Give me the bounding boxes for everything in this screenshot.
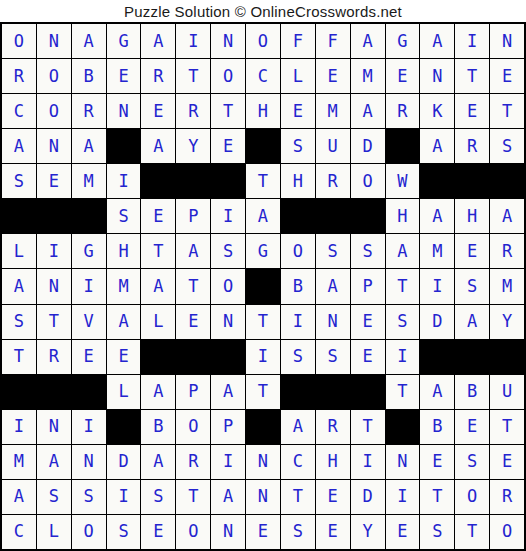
- letter-cell: I: [420, 269, 454, 303]
- letter-cell: H: [316, 445, 350, 479]
- letter-cell: H: [107, 234, 141, 268]
- crossword-grid: ONAGAINOFFAGAINROBERTOCLEMENTECORNERTHEM…: [0, 22, 526, 551]
- black-cell: [141, 164, 175, 198]
- letter-cell: L: [37, 515, 71, 549]
- letter-cell: E: [316, 515, 350, 549]
- black-cell: [316, 375, 350, 409]
- letter-cell: Y: [490, 305, 524, 339]
- letter-cell: A: [420, 375, 454, 409]
- letter-cell: T: [37, 305, 71, 339]
- letter-cell: S: [2, 305, 36, 339]
- black-cell: [72, 375, 106, 409]
- letter-cell: A: [141, 375, 175, 409]
- black-cell: [281, 375, 315, 409]
- letter-cell: N: [420, 59, 454, 93]
- letter-cell: R: [72, 94, 106, 128]
- letter-cell: C: [246, 59, 280, 93]
- letter-cell: I: [72, 269, 106, 303]
- letter-cell: S: [107, 199, 141, 233]
- black-cell: [37, 375, 71, 409]
- page-title: Puzzle Solution © OnlineCrosswords.net: [0, 0, 526, 22]
- letter-cell: B: [141, 410, 175, 444]
- letter-cell: O: [246, 24, 280, 58]
- letter-cell: E: [141, 515, 175, 549]
- letter-cell: S: [386, 305, 420, 339]
- letter-cell: E: [141, 199, 175, 233]
- letter-cell: S: [490, 129, 524, 163]
- letter-cell: U: [490, 375, 524, 409]
- letter-cell: D: [351, 480, 385, 514]
- letter-cell: O: [176, 515, 210, 549]
- letter-cell: R: [2, 59, 36, 93]
- letter-cell: E: [455, 94, 489, 128]
- letter-cell: T: [246, 164, 280, 198]
- letter-cell: A: [72, 129, 106, 163]
- letter-cell: G: [72, 234, 106, 268]
- letter-cell: A: [246, 199, 280, 233]
- letter-cell: T: [176, 269, 210, 303]
- black-cell: [316, 199, 350, 233]
- letter-cell: T: [455, 515, 489, 549]
- letter-cell: O: [37, 59, 71, 93]
- letter-cell: N: [386, 445, 420, 479]
- letter-cell: T: [246, 375, 280, 409]
- letter-cell: P: [176, 375, 210, 409]
- letter-cell: E: [316, 59, 350, 93]
- letter-cell: M: [2, 445, 36, 479]
- letter-cell: I: [351, 445, 385, 479]
- letter-cell: O: [2, 24, 36, 58]
- letter-cell: A: [2, 480, 36, 514]
- letter-cell: C: [281, 445, 315, 479]
- letter-cell: E: [176, 305, 210, 339]
- letter-cell: G: [107, 24, 141, 58]
- letter-cell: A: [281, 410, 315, 444]
- letter-cell: M: [351, 59, 385, 93]
- black-cell: [176, 340, 210, 374]
- letter-cell: T: [420, 480, 454, 514]
- letter-cell: N: [37, 410, 71, 444]
- letter-cell: K: [420, 94, 454, 128]
- letter-cell: R: [490, 480, 524, 514]
- letter-cell: E: [211, 129, 245, 163]
- letter-cell: N: [37, 24, 71, 58]
- letter-cell: E: [281, 94, 315, 128]
- black-cell: [141, 340, 175, 374]
- black-cell: [107, 129, 141, 163]
- letter-cell: M: [107, 269, 141, 303]
- letter-cell: A: [2, 129, 36, 163]
- letter-cell: O: [72, 515, 106, 549]
- letter-cell: O: [37, 94, 71, 128]
- letter-cell: A: [386, 234, 420, 268]
- black-cell: [490, 164, 524, 198]
- letter-cell: T: [176, 480, 210, 514]
- black-cell: [420, 164, 454, 198]
- letter-cell: V: [72, 305, 106, 339]
- letter-cell: I: [37, 234, 71, 268]
- letter-cell: T: [490, 410, 524, 444]
- letter-cell: R: [386, 94, 420, 128]
- letter-cell: I: [386, 480, 420, 514]
- letter-cell: N: [72, 445, 106, 479]
- black-cell: [490, 340, 524, 374]
- letter-cell: L: [141, 305, 175, 339]
- letter-cell: E: [490, 59, 524, 93]
- letter-cell: N: [316, 305, 350, 339]
- black-cell: [2, 375, 36, 409]
- letter-cell: N: [107, 94, 141, 128]
- letter-cell: T: [246, 305, 280, 339]
- letter-cell: S: [107, 515, 141, 549]
- letter-cell: C: [2, 515, 36, 549]
- black-cell: [2, 199, 36, 233]
- black-cell: [72, 199, 106, 233]
- letter-cell: P: [351, 269, 385, 303]
- letter-cell: O: [211, 269, 245, 303]
- letter-cell: P: [176, 199, 210, 233]
- letter-cell: H: [386, 199, 420, 233]
- letter-cell: R: [141, 59, 175, 93]
- letter-cell: E: [316, 480, 350, 514]
- letter-cell: N: [211, 24, 245, 58]
- letter-cell: A: [211, 480, 245, 514]
- letter-cell: S: [316, 340, 350, 374]
- letter-cell: T: [281, 480, 315, 514]
- puzzle-solution-page: Puzzle Solution © OnlineCrosswords.net O…: [0, 0, 526, 551]
- letter-cell: F: [316, 24, 350, 58]
- letter-cell: I: [211, 445, 245, 479]
- letter-cell: S: [455, 269, 489, 303]
- letter-cell: S: [281, 515, 315, 549]
- letter-cell: U: [316, 129, 350, 163]
- letter-cell: B: [72, 59, 106, 93]
- letter-cell: A: [420, 24, 454, 58]
- letter-cell: L: [2, 234, 36, 268]
- letter-cell: E: [107, 340, 141, 374]
- black-cell: [246, 410, 280, 444]
- letter-cell: E: [351, 305, 385, 339]
- letter-cell: T: [351, 410, 385, 444]
- letter-cell: E: [107, 59, 141, 93]
- letter-cell: E: [490, 445, 524, 479]
- letter-cell: I: [107, 480, 141, 514]
- letter-cell: P: [211, 410, 245, 444]
- black-cell: [246, 269, 280, 303]
- letter-cell: I: [72, 410, 106, 444]
- black-cell: [420, 340, 454, 374]
- letter-cell: S: [211, 234, 245, 268]
- letter-cell: S: [37, 480, 71, 514]
- letter-cell: A: [490, 199, 524, 233]
- black-cell: [351, 199, 385, 233]
- letter-cell: I: [281, 305, 315, 339]
- black-cell: [281, 199, 315, 233]
- letter-cell: M: [490, 269, 524, 303]
- letter-cell: E: [246, 515, 280, 549]
- letter-cell: T: [386, 269, 420, 303]
- letter-cell: H: [281, 164, 315, 198]
- letter-cell: A: [141, 24, 175, 58]
- letter-cell: A: [420, 199, 454, 233]
- letter-cell: A: [141, 445, 175, 479]
- letter-cell: R: [490, 234, 524, 268]
- letter-cell: O: [211, 59, 245, 93]
- letter-cell: R: [455, 129, 489, 163]
- letter-cell: G: [386, 24, 420, 58]
- black-cell: [351, 375, 385, 409]
- letter-cell: C: [2, 94, 36, 128]
- letter-cell: E: [141, 94, 175, 128]
- letter-cell: E: [455, 410, 489, 444]
- letter-cell: B: [281, 269, 315, 303]
- letter-cell: E: [455, 234, 489, 268]
- letter-cell: R: [176, 445, 210, 479]
- letter-cell: T: [2, 340, 36, 374]
- letter-cell: Y: [176, 129, 210, 163]
- letter-cell: T: [176, 59, 210, 93]
- letter-cell: A: [141, 129, 175, 163]
- letter-cell: N: [490, 24, 524, 58]
- letter-cell: T: [211, 94, 245, 128]
- black-cell: [107, 410, 141, 444]
- letter-cell: E: [351, 340, 385, 374]
- letter-cell: O: [281, 234, 315, 268]
- letter-cell: T: [490, 94, 524, 128]
- letter-cell: R: [176, 94, 210, 128]
- letter-cell: S: [141, 480, 175, 514]
- letter-cell: A: [176, 234, 210, 268]
- letter-cell: D: [420, 305, 454, 339]
- letter-cell: A: [107, 305, 141, 339]
- letter-cell: D: [107, 445, 141, 479]
- letter-cell: A: [351, 94, 385, 128]
- letter-cell: A: [72, 24, 106, 58]
- letter-cell: B: [455, 375, 489, 409]
- letter-cell: M: [72, 164, 106, 198]
- letter-cell: N: [211, 515, 245, 549]
- letter-cell: E: [420, 445, 454, 479]
- letter-cell: O: [351, 164, 385, 198]
- letter-cell: I: [246, 340, 280, 374]
- letter-cell: S: [281, 340, 315, 374]
- letter-cell: T: [455, 59, 489, 93]
- letter-cell: R: [316, 410, 350, 444]
- letter-cell: S: [72, 480, 106, 514]
- letter-cell: E: [72, 340, 106, 374]
- black-cell: [37, 199, 71, 233]
- black-cell: [455, 340, 489, 374]
- letter-cell: S: [455, 445, 489, 479]
- letter-cell: N: [246, 480, 280, 514]
- black-cell: [176, 164, 210, 198]
- letter-cell: N: [246, 445, 280, 479]
- letter-cell: Y: [351, 515, 385, 549]
- letter-cell: E: [386, 59, 420, 93]
- letter-cell: T: [141, 234, 175, 268]
- letter-cell: S: [2, 164, 36, 198]
- black-cell: [211, 340, 245, 374]
- letter-cell: G: [246, 234, 280, 268]
- letter-cell: N: [211, 305, 245, 339]
- letter-cell: O: [455, 480, 489, 514]
- black-cell: [455, 164, 489, 198]
- letter-cell: A: [316, 269, 350, 303]
- letter-cell: A: [2, 269, 36, 303]
- letter-cell: N: [37, 269, 71, 303]
- letter-cell: A: [141, 269, 175, 303]
- letter-cell: I: [211, 199, 245, 233]
- letter-cell: A: [351, 24, 385, 58]
- letter-cell: A: [37, 445, 71, 479]
- letter-cell: S: [420, 515, 454, 549]
- letter-cell: D: [351, 129, 385, 163]
- letter-cell: O: [176, 410, 210, 444]
- letter-cell: H: [246, 94, 280, 128]
- letter-cell: S: [281, 129, 315, 163]
- black-cell: [386, 129, 420, 163]
- letter-cell: F: [281, 24, 315, 58]
- letter-cell: L: [281, 59, 315, 93]
- letter-cell: T: [386, 375, 420, 409]
- black-cell: [211, 164, 245, 198]
- letter-cell: S: [316, 234, 350, 268]
- black-cell: [246, 129, 280, 163]
- letter-cell: R: [37, 340, 71, 374]
- letter-cell: S: [351, 234, 385, 268]
- black-cell: [386, 410, 420, 444]
- letter-cell: E: [37, 164, 71, 198]
- letter-cell: L: [107, 375, 141, 409]
- letter-cell: I: [176, 24, 210, 58]
- letter-cell: H: [455, 199, 489, 233]
- letter-cell: M: [420, 234, 454, 268]
- letter-cell: N: [37, 129, 71, 163]
- letter-cell: I: [107, 164, 141, 198]
- letter-cell: I: [386, 340, 420, 374]
- letter-cell: B: [420, 410, 454, 444]
- letter-cell: R: [316, 164, 350, 198]
- letter-cell: I: [455, 24, 489, 58]
- letter-cell: A: [455, 305, 489, 339]
- letter-cell: I: [2, 410, 36, 444]
- letter-cell: E: [386, 515, 420, 549]
- letter-cell: W: [386, 164, 420, 198]
- letter-cell: A: [211, 375, 245, 409]
- letter-cell: M: [316, 94, 350, 128]
- letter-cell: O: [490, 515, 524, 549]
- letter-cell: A: [420, 129, 454, 163]
